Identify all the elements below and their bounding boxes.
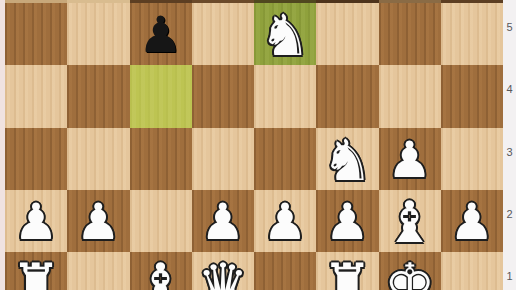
piece-white-pawn[interactable]: ♟	[263, 191, 308, 253]
rank-label-4: 4	[503, 83, 516, 95]
square-h4[interactable]	[441, 65, 503, 127]
square-g4[interactable]	[379, 65, 441, 127]
rank-label-1: 1	[503, 270, 516, 282]
piece-white-pawn[interactable]: ♟	[325, 191, 370, 253]
piece-white-rook[interactable]: ♜	[322, 253, 373, 290]
square-b4[interactable]	[67, 65, 129, 127]
square-b5[interactable]	[67, 3, 129, 65]
square-b2[interactable]: ♟	[67, 190, 129, 252]
piece-white-bishop[interactable]: ♝	[135, 253, 186, 290]
square-a3[interactable]	[5, 128, 67, 190]
square-a4[interactable]	[5, 65, 67, 127]
piece-white-pawn[interactable]: ♟	[14, 191, 59, 253]
square-d2[interactable]: ♟	[192, 190, 254, 252]
chess-board[interactable]: ♟♞♞♟♟♟♟♟♟♝♟♜♝♛♜♚	[5, 3, 503, 290]
square-f4[interactable]	[316, 65, 378, 127]
square-c5[interactable]: ♟	[130, 3, 192, 65]
square-h1[interactable]	[441, 252, 503, 290]
square-d5[interactable]	[192, 3, 254, 65]
piece-white-queen[interactable]: ♛	[197, 253, 248, 290]
square-h2[interactable]: ♟	[441, 190, 503, 252]
square-g1[interactable]: ♚	[379, 252, 441, 290]
square-e1[interactable]	[254, 252, 316, 290]
piece-white-pawn[interactable]: ♟	[449, 191, 494, 253]
square-c3[interactable]	[130, 128, 192, 190]
piece-white-knight[interactable]: ♞	[322, 129, 373, 191]
square-f3[interactable]: ♞	[316, 128, 378, 190]
square-f5[interactable]	[316, 3, 378, 65]
square-c1[interactable]: ♝	[130, 252, 192, 290]
rank-label-2: 2	[503, 208, 516, 220]
square-c2[interactable]	[130, 190, 192, 252]
rank-label-5: 5	[503, 21, 516, 33]
rank-coordinates-gutter: 54321	[503, 0, 516, 290]
square-h5[interactable]	[441, 3, 503, 65]
piece-white-rook[interactable]: ♜	[11, 253, 62, 290]
piece-white-knight[interactable]: ♞	[260, 4, 311, 66]
piece-white-bishop[interactable]: ♝	[384, 191, 435, 253]
piece-white-pawn[interactable]: ♟	[387, 129, 432, 191]
square-f1[interactable]: ♜	[316, 252, 378, 290]
square-a5[interactable]	[5, 3, 67, 65]
square-e3[interactable]	[254, 128, 316, 190]
piece-white-pawn[interactable]: ♟	[76, 191, 121, 253]
square-f2[interactable]: ♟	[316, 190, 378, 252]
square-a1[interactable]: ♜	[5, 252, 67, 290]
piece-white-king[interactable]: ♚	[384, 253, 435, 290]
square-e2[interactable]: ♟	[254, 190, 316, 252]
square-d1[interactable]: ♛	[192, 252, 254, 290]
piece-white-pawn[interactable]: ♟	[200, 191, 245, 253]
piece-black-pawn[interactable]: ♟	[138, 4, 183, 66]
square-e5[interactable]: ♞	[254, 3, 316, 65]
square-b3[interactable]	[67, 128, 129, 190]
chess-board-screenshot: ♟♞♞♟♟♟♟♟♟♝♟♜♝♛♜♚ 54321	[0, 0, 516, 290]
square-e4[interactable]	[254, 65, 316, 127]
square-c4[interactable]	[130, 65, 192, 127]
square-h3[interactable]	[441, 128, 503, 190]
square-g2[interactable]: ♝	[379, 190, 441, 252]
square-d4[interactable]	[192, 65, 254, 127]
square-b1[interactable]	[67, 252, 129, 290]
rank-label-3: 3	[503, 146, 516, 158]
square-d3[interactable]	[192, 128, 254, 190]
square-g3[interactable]: ♟	[379, 128, 441, 190]
square-g5[interactable]	[379, 3, 441, 65]
square-a2[interactable]: ♟	[5, 190, 67, 252]
